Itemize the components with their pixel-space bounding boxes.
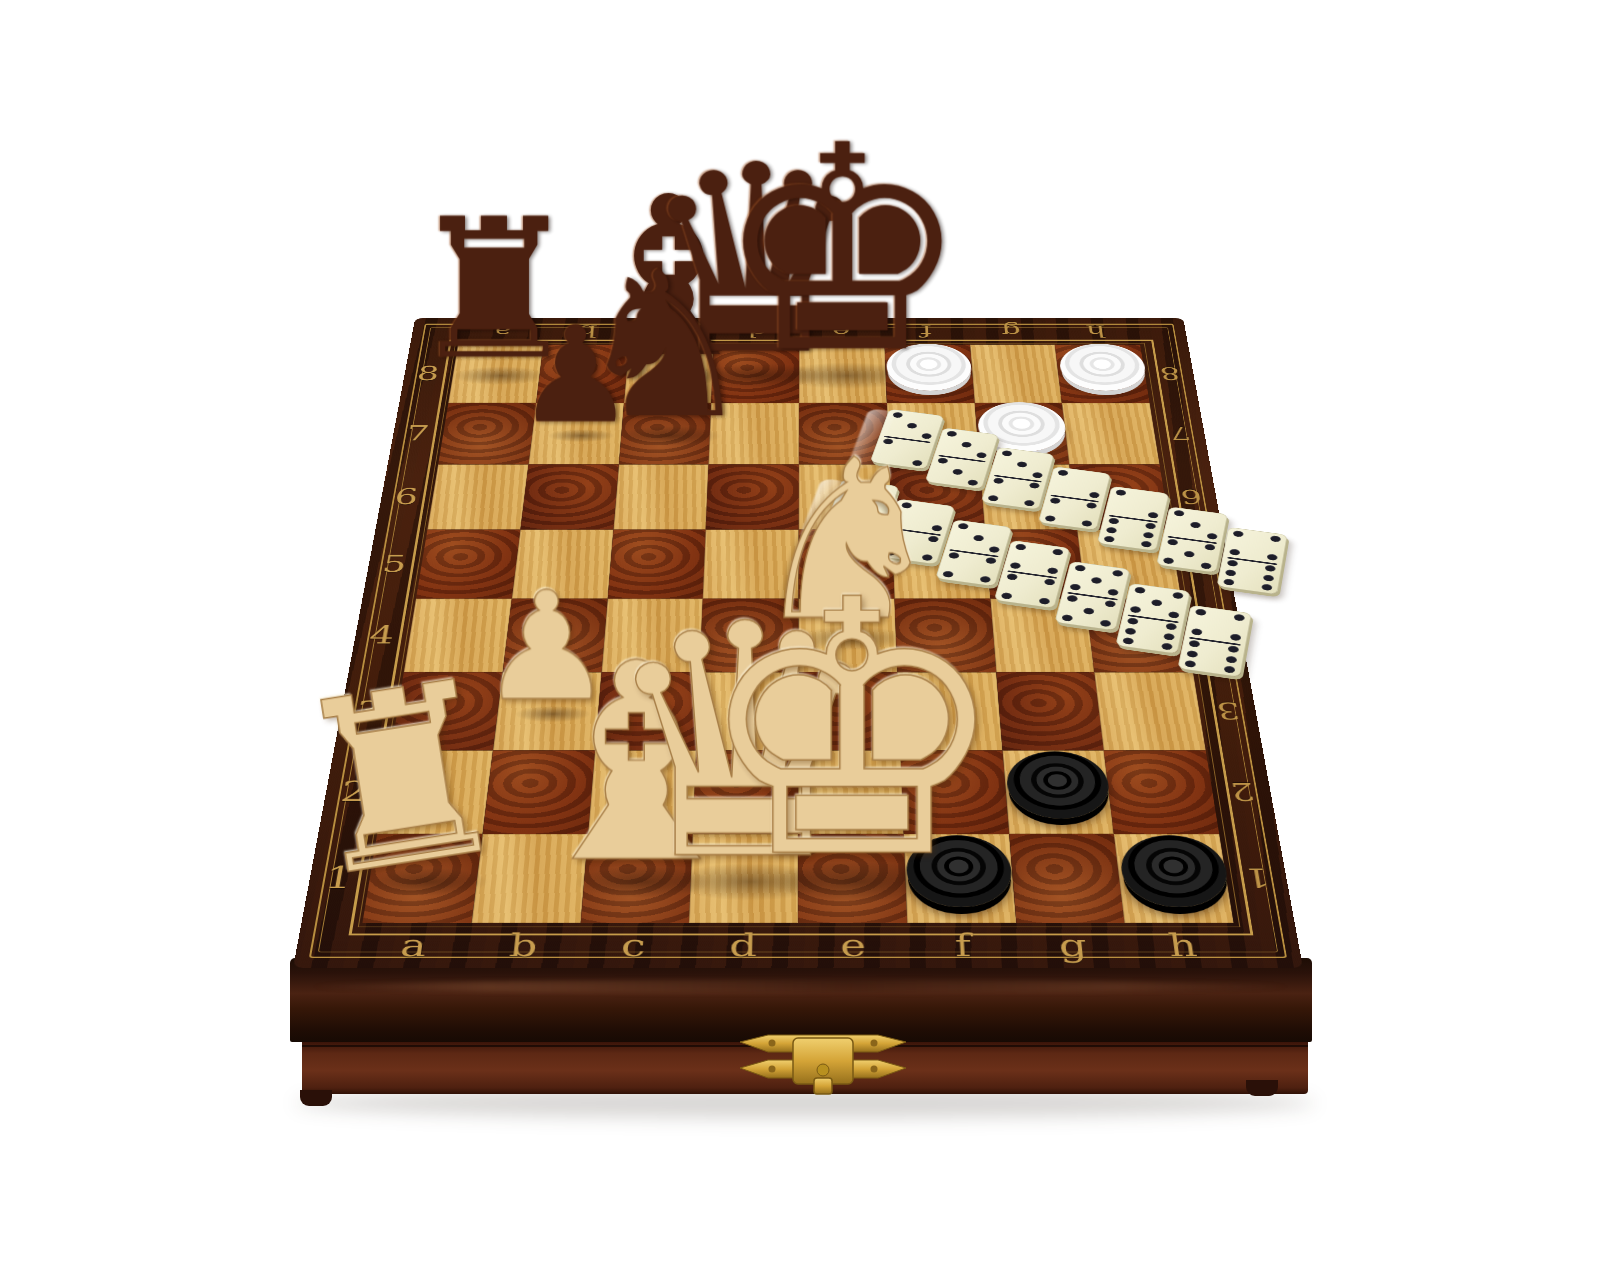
pip <box>1195 608 1207 616</box>
pip <box>1029 482 1040 489</box>
pip <box>1225 569 1236 577</box>
pip <box>1087 502 1098 509</box>
pip <box>1190 521 1201 528</box>
pip <box>1147 512 1158 519</box>
pip <box>1232 530 1243 537</box>
pip <box>1129 606 1141 614</box>
pip <box>1151 598 1163 606</box>
pip <box>1204 543 1215 550</box>
pip <box>1099 620 1111 628</box>
box-foot-left <box>300 1090 332 1106</box>
pip <box>1163 632 1175 640</box>
pip <box>946 430 957 437</box>
pip <box>1103 536 1115 543</box>
pip <box>967 480 979 487</box>
pip <box>1226 655 1238 663</box>
pip <box>1107 589 1119 597</box>
pip <box>1186 650 1198 658</box>
pip <box>1265 564 1276 571</box>
rook-glyph-icon: ♜ <box>278 645 527 914</box>
pip <box>1044 515 1056 522</box>
pip <box>1112 570 1124 578</box>
pip <box>1066 595 1078 603</box>
box-foot-right <box>1246 1080 1278 1096</box>
pip <box>1032 472 1043 479</box>
pip <box>1261 584 1272 592</box>
pip <box>1082 520 1094 527</box>
pip <box>1009 562 1021 569</box>
pip <box>1161 642 1173 650</box>
pip <box>1173 509 1184 516</box>
pip <box>1162 557 1174 564</box>
pip <box>1105 527 1117 534</box>
pip <box>1083 607 1095 615</box>
pip <box>1057 469 1068 476</box>
pip <box>1134 586 1146 594</box>
pip <box>1166 538 1177 545</box>
pip <box>1069 584 1081 592</box>
pip <box>961 441 972 448</box>
king-glyph-icon: ♚ <box>695 555 1010 907</box>
pip <box>1107 517 1118 524</box>
pip <box>1200 562 1212 569</box>
pip <box>1207 533 1218 540</box>
pip <box>1122 637 1134 645</box>
pip <box>987 495 999 502</box>
pip <box>1234 613 1246 621</box>
pip <box>1001 450 1012 457</box>
product-photo: aabbccddeeffgghh1122334455667788 ♜♝♛♚♟♞♜… <box>0 0 1600 1285</box>
pip <box>1015 543 1027 550</box>
chess-board-3d: aabbccddeeffgghh1122334455667788 ♜♝♛♚♟♞♜… <box>293 318 1303 968</box>
knight-glyph-icon: ♞ <box>574 245 755 447</box>
pip <box>1061 614 1073 622</box>
pip <box>1024 500 1036 507</box>
pip <box>1126 617 1138 625</box>
domino-4-6 <box>1216 527 1287 595</box>
pip <box>1165 622 1177 630</box>
pip <box>1229 549 1240 556</box>
pip <box>1143 532 1154 539</box>
pip <box>1145 522 1156 529</box>
pip <box>1104 600 1116 608</box>
pip <box>1188 639 1200 647</box>
pip <box>1074 564 1086 571</box>
pip <box>1230 634 1242 642</box>
domino-3-5 <box>1156 506 1228 572</box>
pip <box>1044 578 1056 586</box>
latch-icon <box>738 1030 908 1102</box>
pip <box>1115 489 1126 496</box>
pip <box>993 477 1004 484</box>
pip <box>1172 591 1184 599</box>
pip <box>1263 574 1274 582</box>
pip <box>1270 535 1281 542</box>
pip <box>1141 541 1153 548</box>
pip <box>1124 627 1136 635</box>
pip <box>1017 461 1028 468</box>
pip <box>1226 559 1237 566</box>
pip <box>1223 578 1235 586</box>
pip <box>1267 554 1278 561</box>
pip <box>1228 645 1240 653</box>
pip <box>1053 548 1065 555</box>
pip <box>1047 567 1059 575</box>
pip <box>1184 660 1196 668</box>
pip <box>1090 577 1102 585</box>
pip <box>976 452 987 459</box>
pip <box>1224 666 1236 674</box>
pip <box>952 468 964 475</box>
domino-4-6 <box>1177 605 1251 677</box>
pip <box>1050 497 1061 504</box>
pip <box>1190 628 1202 636</box>
pip <box>1039 598 1051 606</box>
pip <box>1168 611 1180 619</box>
pip <box>1183 550 1194 557</box>
pip <box>1089 492 1100 499</box>
